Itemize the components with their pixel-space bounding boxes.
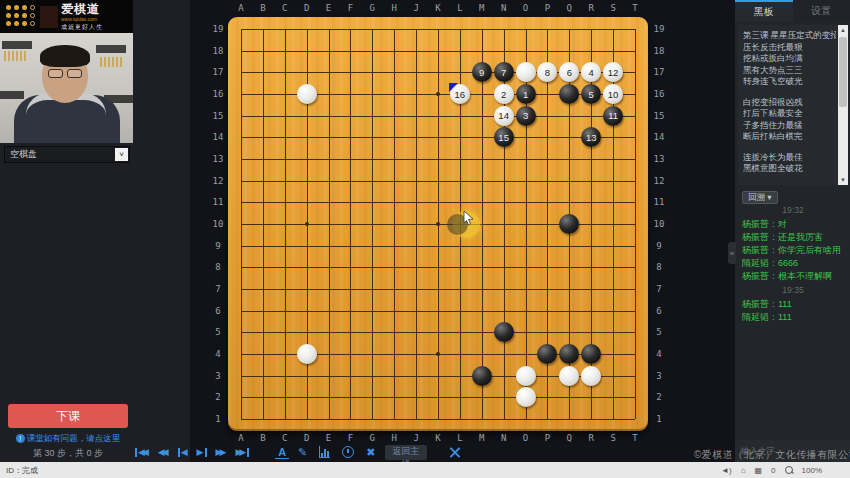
grid-line bbox=[241, 246, 635, 247]
logo-dot bbox=[22, 21, 27, 26]
coordinate-label: H bbox=[392, 3, 397, 13]
lesson-line bbox=[743, 143, 836, 152]
logo-dot bbox=[22, 13, 27, 18]
tray-icons: ◄) ⌂ ▦ 0 100% bbox=[721, 466, 822, 475]
coordinate-label: 18 bbox=[213, 46, 224, 56]
lesson-line bbox=[743, 88, 836, 97]
grid-line bbox=[241, 289, 635, 290]
stone-R4 bbox=[581, 344, 601, 364]
stone-Q3 bbox=[559, 366, 579, 386]
stone-N15: 14 bbox=[494, 106, 514, 126]
coordinate-label: L bbox=[457, 3, 462, 13]
coordinate-label: 13 bbox=[213, 154, 224, 164]
coordinate-label: D bbox=[304, 3, 309, 13]
lesson-line: 打后下粘最安全 bbox=[743, 108, 836, 120]
coordinate-label: 4 bbox=[656, 349, 661, 359]
panel-collapse-handle[interactable]: » bbox=[728, 242, 736, 264]
coordinate-label: 9 bbox=[656, 241, 661, 251]
coordinate-label: Q bbox=[567, 433, 572, 443]
grid-line bbox=[241, 311, 635, 312]
move-number: 10 bbox=[608, 89, 619, 100]
bar-chart-icon bbox=[319, 446, 330, 458]
logo-square-icon bbox=[40, 6, 58, 28]
chevron-down-icon[interactable]: ˅ bbox=[115, 148, 128, 161]
coordinate-label: 2 bbox=[656, 392, 661, 402]
logo-dot bbox=[14, 5, 19, 10]
logo-title: 爱棋道 bbox=[61, 3, 103, 15]
move-number: 9 bbox=[479, 67, 484, 78]
lesson-line: 第三课 星星压定式的变招 bbox=[743, 30, 836, 42]
stone-Q17: 6 bbox=[559, 62, 579, 82]
coordinate-label: 13 bbox=[654, 154, 665, 164]
logo-dot bbox=[30, 21, 35, 26]
coordinate-label: O bbox=[523, 433, 528, 443]
star-point bbox=[436, 352, 440, 356]
coordinate-label: 14 bbox=[213, 132, 224, 142]
home-icon[interactable]: ⌂ bbox=[741, 466, 746, 475]
lesson-line: 子多挡住力最猛 bbox=[743, 120, 836, 132]
grid-line bbox=[635, 29, 636, 419]
cursor-icon bbox=[463, 211, 474, 230]
lesson-line: 压长反击托最狠 bbox=[743, 42, 836, 54]
scroll-thumb[interactable] bbox=[839, 37, 847, 107]
app-window: 爱棋道 www.iqidao.com 成就更好人生 空棋盘 ˅ 下课 !课堂如有… bbox=[0, 0, 850, 478]
instructor-hair bbox=[40, 45, 90, 67]
coordinate-label: 6 bbox=[656, 306, 661, 316]
logo-dot bbox=[6, 21, 11, 26]
timer-tool-button[interactable] bbox=[339, 444, 357, 460]
zoom-level: 100% bbox=[802, 466, 822, 475]
coordinate-label: Q bbox=[567, 3, 572, 13]
board-mode-select[interactable]: 空棋盘 ˅ bbox=[4, 146, 130, 163]
stone-M17: 9 bbox=[472, 62, 492, 82]
stone-Q16 bbox=[559, 84, 579, 104]
coordinate-label: J bbox=[413, 3, 418, 13]
coordinate-label: N bbox=[501, 3, 506, 13]
backdrop-logo-icon bbox=[100, 57, 122, 67]
chat-message: 隋延韬：6666 bbox=[742, 257, 844, 270]
backdrop-logo-icon bbox=[0, 91, 24, 99]
fullscreen-button[interactable] bbox=[446, 444, 463, 460]
coordinate-label: 12 bbox=[213, 176, 224, 186]
stone-N16: 2 bbox=[494, 84, 514, 104]
stone-O2 bbox=[516, 387, 536, 407]
star-point bbox=[305, 222, 309, 226]
coordinate-label: C bbox=[282, 3, 287, 13]
stone-S17: 12 bbox=[603, 62, 623, 82]
info-icon: ! bbox=[16, 434, 25, 443]
scroll-up-icon[interactable]: ▲ bbox=[838, 25, 848, 35]
coordinate-label: 17 bbox=[654, 67, 665, 77]
move-number: 15 bbox=[498, 132, 509, 143]
grid-line bbox=[482, 29, 483, 419]
coordinate-label: P bbox=[545, 3, 550, 13]
tab-settings[interactable]: 设置 bbox=[793, 0, 850, 22]
coordinate-label: 17 bbox=[213, 67, 224, 77]
logo-dot bbox=[6, 13, 11, 18]
star-point bbox=[436, 222, 440, 226]
return-mainline-button[interactable]: 返回主线 bbox=[385, 445, 428, 460]
text-tool-button[interactable]: A bbox=[275, 446, 289, 459]
star-point bbox=[436, 92, 440, 96]
stone-O17 bbox=[516, 62, 536, 82]
coordinate-label: T bbox=[632, 3, 637, 13]
coordinate-label: 5 bbox=[215, 327, 220, 337]
chat-timestamp: 19:32 bbox=[742, 203, 844, 218]
stone-R16: 5 bbox=[581, 84, 601, 104]
move-number: 13 bbox=[586, 132, 597, 143]
coordinate-label: 10 bbox=[654, 219, 665, 229]
clock-icon bbox=[342, 446, 354, 458]
stone-R3 bbox=[581, 366, 601, 386]
first-move-button[interactable]: ◀◀ bbox=[133, 444, 151, 460]
brand-logo: 爱棋道 www.iqidao.com 成就更好人生 bbox=[0, 0, 133, 33]
move-number: 6 bbox=[567, 67, 572, 78]
logo-dot bbox=[30, 13, 35, 18]
stone-N5 bbox=[494, 322, 514, 342]
move-number: 1 bbox=[523, 89, 528, 100]
backdrop-logo-icon bbox=[96, 45, 126, 53]
nav-buttons: ◀◀◀◀◀▶▶▶▶▶ bbox=[133, 444, 251, 460]
stone-R17: 4 bbox=[581, 62, 601, 82]
lesson-line: 断后打粘白棋完 bbox=[743, 131, 836, 143]
grid-line bbox=[241, 397, 635, 398]
status-text: ID：完成 bbox=[0, 465, 38, 476]
coordinate-label: 11 bbox=[654, 197, 665, 207]
coordinate-label: B bbox=[260, 3, 265, 13]
coordinate-label: O bbox=[523, 3, 528, 13]
coordinate-label: A bbox=[238, 3, 243, 13]
coordinate-label: K bbox=[435, 3, 440, 13]
stone-N17: 7 bbox=[494, 62, 514, 82]
coordinate-label: 11 bbox=[213, 197, 224, 207]
lesson-line: 挖粘或扳白均满 bbox=[743, 53, 836, 65]
playback-toolbar: ◀◀◀◀◀▶▶▶▶▶ A ✎ ✖ 返回主线 bbox=[133, 442, 463, 462]
coordinate-label: 5 bbox=[656, 327, 661, 337]
grid-line bbox=[241, 332, 635, 333]
stone-S16: 10 bbox=[603, 84, 623, 104]
forward-move-button[interactable]: ▶▶ bbox=[214, 444, 229, 460]
coordinate-label: E bbox=[326, 3, 331, 13]
coordinate-label: G bbox=[370, 3, 375, 13]
next-move-button[interactable]: ▶ bbox=[195, 444, 209, 460]
coordinate-label: M bbox=[479, 433, 484, 443]
coordinate-label: 15 bbox=[654, 111, 665, 121]
stone-O16: 1 bbox=[516, 84, 536, 104]
coordinate-label: 1 bbox=[656, 414, 661, 424]
chat-list: 19:32杨振普：对杨振普：还是我厉害杨振普：你学完后有啥用隋延韬：6666杨振… bbox=[742, 203, 844, 418]
magnifier-icon[interactable] bbox=[785, 466, 793, 474]
tray-count: 0 bbox=[771, 466, 775, 475]
stone-O15: 3 bbox=[516, 106, 536, 126]
stone-M3 bbox=[472, 366, 492, 386]
clear-tool-button[interactable]: ✖ bbox=[363, 444, 378, 460]
stone-R14: 13 bbox=[581, 127, 601, 147]
status-bar: ID：完成 ◄) ⌂ ▦ 0 100% bbox=[0, 462, 850, 478]
coordinate-label: 10 bbox=[213, 219, 224, 229]
chat-message: 杨振普：111 bbox=[742, 298, 844, 311]
move-number: 2 bbox=[501, 89, 506, 100]
right-panel: 黑板 设置 第三课 星星压定式的变招压长反击托最狠挖粘或扳白均满黑有大势点三三转… bbox=[735, 0, 850, 462]
chat-message: 杨振普：你学完后有啥用 bbox=[742, 244, 844, 257]
logo-dot bbox=[14, 21, 19, 26]
instructor-glasses bbox=[48, 69, 82, 78]
coordinate-label: 8 bbox=[215, 262, 220, 272]
coordinate-label: 8 bbox=[656, 262, 661, 272]
logo-dot bbox=[14, 13, 19, 18]
panel-tabs: 黑板 设置 bbox=[735, 0, 850, 22]
coordinate-label: 3 bbox=[656, 371, 661, 381]
lesson-line: 转身连飞空破光 bbox=[743, 76, 836, 88]
coordinate-label: 4 bbox=[215, 349, 220, 359]
copyright-watermark: ©爱棋道（北京）文化传播有限公司 bbox=[694, 448, 850, 462]
fullscreen-icon bbox=[449, 447, 460, 458]
move-number: 14 bbox=[498, 110, 509, 121]
stone-P4 bbox=[537, 344, 557, 364]
backdrop-logo-icon bbox=[2, 41, 32, 49]
stone-Q10 bbox=[559, 214, 579, 234]
lesson-line: 连扳冷长为最佳 bbox=[743, 152, 836, 164]
lesson-text: 第三课 星星压定式的变招压长反击托最狠挖粘或扳白均满黑有大势点三三转身连飞空破光… bbox=[743, 30, 836, 181]
lesson-line: 黑棋意图全破花 bbox=[743, 163, 836, 175]
prev-move-button[interactable]: ◀ bbox=[176, 444, 190, 460]
left-panel: 爱棋道 www.iqidao.com 成就更好人生 空棋盘 ˅ 下课 !课堂如有… bbox=[0, 0, 190, 462]
move-number: 4 bbox=[589, 67, 594, 78]
chart-tool-button[interactable] bbox=[316, 444, 333, 460]
stone-N14: 15 bbox=[494, 127, 514, 147]
logo-dot bbox=[6, 5, 11, 10]
coordinate-label: 18 bbox=[654, 46, 665, 56]
go-board[interactable]: 97864121621510143111513 bbox=[228, 17, 648, 431]
coordinate-label: R bbox=[589, 433, 594, 443]
coordinate-label: P bbox=[545, 433, 550, 443]
coordinate-label: 14 bbox=[654, 132, 665, 142]
coordinate-label: 19 bbox=[213, 24, 224, 34]
lesson-line: 黑有大势点三三 bbox=[743, 65, 836, 77]
chat-message: 杨振普：还是我厉害 bbox=[742, 231, 844, 244]
coordinate-label: S bbox=[610, 3, 615, 13]
coordinate-label: 16 bbox=[213, 89, 224, 99]
chat-timestamp: 19:35 bbox=[742, 283, 844, 298]
stone-D16 bbox=[297, 84, 317, 104]
chat-message: 杨振普：对 bbox=[742, 218, 844, 231]
logo-dot bbox=[22, 5, 27, 10]
coordinate-label: 6 bbox=[215, 306, 220, 316]
move-number: 11 bbox=[608, 110, 618, 121]
end-class-button[interactable]: 下课 bbox=[8, 404, 128, 428]
coordinate-label: N bbox=[501, 433, 506, 443]
chat-message: 杨振普：根本不理解啊 bbox=[742, 270, 844, 283]
coordinate-label: 15 bbox=[213, 111, 224, 121]
move-number: 7 bbox=[501, 67, 506, 78]
lesson-line: 白挖变招很凶残 bbox=[743, 97, 836, 109]
move-number: 3 bbox=[523, 110, 528, 121]
logo-dot bbox=[30, 5, 35, 10]
stone-L16: 16 bbox=[450, 84, 470, 104]
grid-line bbox=[241, 419, 635, 420]
coordinate-label: 7 bbox=[215, 284, 220, 294]
brush-tool-button[interactable]: ✎ bbox=[295, 444, 310, 460]
board-zone: 97864121621510143111513 AABBCCDDEEFFGGHH… bbox=[190, 0, 735, 462]
clear-icon: ✖ bbox=[366, 446, 375, 459]
tab-blackboard[interactable]: 黑板 bbox=[735, 0, 793, 22]
stone-P17: 8 bbox=[537, 62, 557, 82]
coordinate-label: R bbox=[589, 3, 594, 13]
scroll-down-icon[interactable]: ▼ bbox=[838, 175, 848, 185]
move-number: 12 bbox=[608, 67, 619, 78]
coordinate-label: 7 bbox=[656, 284, 661, 294]
last-move-button[interactable]: ▶▶ bbox=[233, 444, 251, 460]
coordinate-label: 19 bbox=[654, 24, 665, 34]
logo-url: www.iqidao.com bbox=[61, 17, 103, 22]
step-status: 第 30 步，共 0 步 bbox=[0, 447, 136, 460]
speaker-icon[interactable]: ◄) bbox=[721, 466, 732, 475]
logo-slogan: 成就更好人生 bbox=[61, 24, 103, 30]
coordinate-label: 12 bbox=[654, 176, 665, 186]
help-link[interactable]: !课堂如有问题，请点这里 bbox=[0, 433, 136, 445]
backdrop-logo-icon bbox=[4, 51, 26, 61]
coordinate-label: S bbox=[610, 433, 615, 443]
logo-dots-icon bbox=[6, 5, 37, 28]
stone-D4 bbox=[297, 344, 317, 364]
stone-Q4 bbox=[559, 344, 579, 364]
coordinate-label: 2 bbox=[215, 392, 220, 402]
move-number: 8 bbox=[545, 67, 550, 78]
lesson-board: 第三课 星星压定式的变招压长反击托最狠挖粘或扳白均满黑有大势点三三转身连飞空破光… bbox=[738, 25, 848, 185]
grid-line bbox=[241, 267, 635, 268]
coordinate-label: 1 bbox=[215, 414, 220, 424]
coordinate-label: 9 bbox=[215, 241, 220, 251]
coordinate-label: M bbox=[479, 3, 484, 13]
instructor-video bbox=[0, 33, 133, 143]
coordinate-label: 3 bbox=[215, 371, 220, 381]
stone-S15: 11 bbox=[603, 106, 623, 126]
chat-message: 隋延韬：111 bbox=[742, 311, 844, 324]
coordinate-label: 16 bbox=[654, 89, 665, 99]
move-number: 5 bbox=[589, 89, 594, 100]
lesson-scrollbar[interactable]: ▲ ▼ bbox=[838, 25, 848, 185]
rewind-move-button[interactable]: ◀◀ bbox=[156, 444, 171, 460]
coordinate-label: F bbox=[348, 3, 353, 13]
stone-O3 bbox=[516, 366, 536, 386]
last-move-marker-icon bbox=[449, 83, 458, 92]
board-mode-value: 空棋盘 bbox=[10, 148, 37, 161]
coordinate-label: T bbox=[632, 433, 637, 443]
logo-text: 爱棋道 www.iqidao.com 成就更好人生 bbox=[61, 3, 103, 30]
brush-icon: ✎ bbox=[298, 446, 307, 459]
grid-icon[interactable]: ▦ bbox=[755, 466, 763, 475]
